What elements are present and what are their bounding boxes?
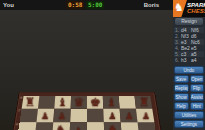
black-pawn[interactable]: ♟ [57, 112, 65, 121]
black-pawn[interactable]: ♟ [108, 112, 116, 121]
square-h7[interactable]: ♟ [135, 109, 153, 123]
square-h6[interactable] [137, 122, 156, 130]
board-scene: ♜♝♛♚♝♜♟♟♟♟♟♞♟♞♟♟♟♟♟♞♟♟♟♝♟♟♜♞♝♛♚♜ abcdefg… [0, 8, 175, 130]
app-window: ♜♝♛♚♝♜♟♟♟♟♟♞♟♞♟♟♟♟♟♞♟♟♟♝♟♟♜♞♝♛♚♜ abcdefg… [0, 0, 205, 130]
show-coord-button[interactable]: Show Coord [174, 93, 189, 101]
square-b6[interactable] [34, 122, 52, 130]
save-button[interactable]: Save [174, 75, 189, 83]
move-list: 1.d4Nf62.Nf3d63.e3Nc64.Be2e55.c3a56.h3a4 [174, 27, 204, 63]
square-g6[interactable] [120, 122, 138, 130]
square-d6[interactable]: ♟ [69, 122, 86, 130]
sidebar: Resign 1.d4Nf62.Nf3d63.e3Nc64.Be2e55.c3a… [173, 17, 205, 130]
square-b8[interactable] [38, 96, 55, 109]
black-pawn[interactable]: ♟ [124, 112, 132, 121]
square-a8[interactable]: ♜ [21, 96, 39, 109]
logo-text-chess: CHESS [187, 8, 205, 14]
square-c7[interactable]: ♟ [53, 109, 70, 123]
black-rook[interactable]: ♜ [138, 96, 149, 108]
black-bishop[interactable]: ♝ [106, 96, 117, 108]
board-grid: ♜♝♛♚♝♜♟♟♟♟♟♞♟♞♟♟♟♟♟♞♟♟♟♝♟♟♜♞♝♛♚♜ [3, 96, 169, 130]
help-me-button[interactable]: Help Me [174, 102, 189, 110]
black-rook[interactable]: ♜ [24, 96, 35, 108]
black-knight[interactable]: ♞ [55, 123, 66, 130]
square-e6[interactable] [87, 122, 104, 130]
square-g7[interactable]: ♟ [119, 109, 137, 123]
square-e7[interactable] [87, 109, 104, 123]
replay-button[interactable]: Replay [174, 84, 189, 92]
black-pawn[interactable]: ♟ [73, 126, 82, 130]
square-g8[interactable] [118, 96, 135, 109]
player-name-you: You [3, 0, 14, 10]
player-name-boris: Boris [144, 0, 159, 10]
black-move: a4 [191, 57, 203, 63]
white-clock: 0:58 [66, 1, 84, 9]
black-pawn[interactable]: ♟ [40, 112, 48, 121]
utilities-button[interactable]: Utilities [174, 111, 204, 119]
square-c8[interactable]: ♝ [54, 96, 71, 109]
square-b7[interactable]: ♟ [36, 109, 54, 123]
square-f7[interactable]: ♟ [103, 109, 120, 123]
button-area: UndoSaveOpenReplayFlipShow CoordAssistHe… [173, 65, 205, 130]
black-clock: 5:00 [86, 1, 104, 9]
square-f8[interactable]: ♝ [102, 96, 119, 109]
open-button[interactable]: Open [190, 75, 205, 83]
square-h8[interactable]: ♜ [134, 96, 152, 109]
resign-button[interactable]: Resign [175, 18, 203, 25]
black-king[interactable]: ♚ [89, 96, 100, 108]
black-bishop[interactable]: ♝ [57, 96, 68, 108]
square-e8[interactable]: ♚ [87, 96, 103, 109]
white-move: h3 [181, 57, 191, 63]
black-pawn[interactable]: ♟ [141, 112, 149, 121]
assist-button[interactable]: Assist [190, 93, 205, 101]
square-d7[interactable] [70, 109, 87, 123]
hint-button[interactable]: Hint [190, 102, 205, 110]
square-f6[interactable]: ♞ [103, 122, 121, 130]
undo-button[interactable]: Undo [174, 66, 204, 74]
square-a7[interactable] [19, 109, 37, 123]
square-d8[interactable]: ♛ [70, 96, 86, 109]
black-knight[interactable]: ♞ [107, 123, 118, 130]
top-bar: You 0:58 5:00 Boris [0, 0, 173, 10]
move-row-6: 6.h3a4 [174, 57, 204, 63]
square-a6[interactable] [17, 122, 36, 130]
board-frame: ♜♝♛♚♝♜♟♟♟♟♟♞♟♞♟♟♟♟♟♞♟♟♟♝♟♟♜♞♝♛♚♜ abcdefg… [0, 92, 175, 130]
settings-button[interactable]: Settings [174, 120, 204, 128]
flip-button[interactable]: Flip [190, 84, 205, 92]
knight-logo-icon: ♞ [174, 2, 184, 13]
sparkchess-logo: ♞ SPARK CHESS [173, 0, 205, 17]
square-c6[interactable]: ♞ [52, 122, 70, 130]
black-queen[interactable]: ♛ [73, 96, 84, 108]
